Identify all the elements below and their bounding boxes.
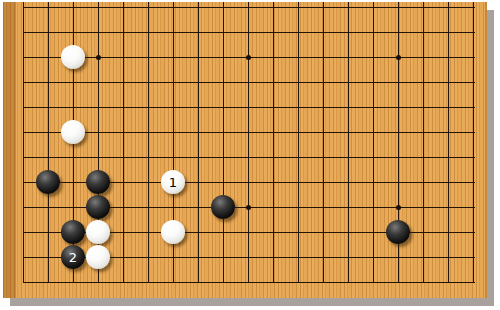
move-number-label: 2 bbox=[69, 251, 77, 264]
star-point-K10 bbox=[246, 55, 251, 60]
star-point-Q4 bbox=[396, 205, 401, 210]
star-point-K4 bbox=[246, 205, 251, 210]
stone-white-G3 bbox=[161, 220, 185, 244]
stone-white-C10 bbox=[61, 45, 85, 69]
stone-white-G5: 1 bbox=[161, 170, 185, 194]
move-number-label: 1 bbox=[169, 176, 177, 189]
board-grid: 12 bbox=[11, 2, 486, 295]
stone-black-D4 bbox=[86, 195, 110, 219]
go-board: 12 bbox=[3, 2, 487, 298]
stone-white-D2 bbox=[86, 245, 110, 269]
go-diagram: 12 bbox=[0, 0, 500, 310]
stone-white-C7 bbox=[61, 120, 85, 144]
star-point-Q10 bbox=[396, 55, 401, 60]
stone-black-J4 bbox=[211, 195, 235, 219]
stone-black-B5 bbox=[36, 170, 60, 194]
star-point-D10 bbox=[96, 55, 101, 60]
stone-white-D3 bbox=[86, 220, 110, 244]
stone-black-D5 bbox=[86, 170, 110, 194]
stone-black-C2: 2 bbox=[61, 245, 85, 269]
stone-black-C3 bbox=[61, 220, 85, 244]
stone-black-Q3 bbox=[386, 220, 410, 244]
